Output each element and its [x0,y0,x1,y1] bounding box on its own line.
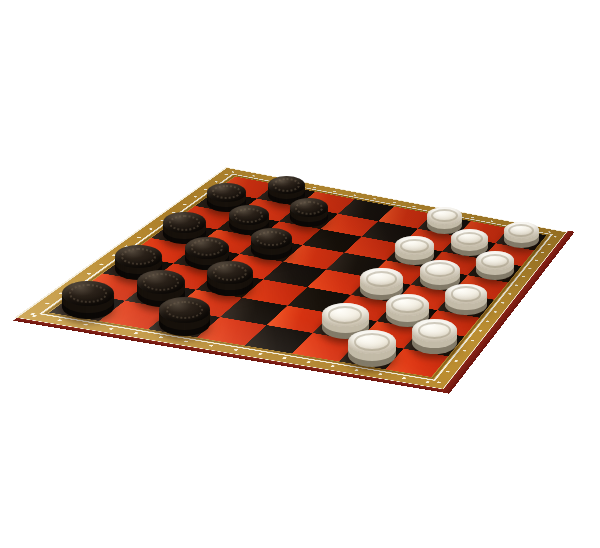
white-checker[interactable]: ⛀ [386,294,430,316]
black-checker[interactable]: ⛂ [251,228,293,249]
white-checker[interactable]: ⛀ [504,222,539,239]
black-checker[interactable]: ⛂ [115,245,162,268]
black-checker[interactable]: ⛂ [62,281,114,307]
black-checker[interactable]: ⛂ [207,183,246,202]
black-checker[interactable]: ⛂ [290,198,328,217]
black-checker[interactable]: ⛂ [185,237,229,259]
product-photo-canvas: ⛂⛂⛂⛂⛂⛂⛂⛂⛂⛂⛂⛂⛀⛀⛀⛀⛀⛀⛀⛀⛀⛀⛀⛀ [0,0,600,548]
white-checker[interactable]: ⛀ [348,330,396,354]
white-checker[interactable]: ⛀ [445,284,486,305]
black-checker[interactable]: ⛂ [163,212,206,233]
black-checker[interactable]: ⛂ [268,176,305,194]
white-checker[interactable]: ⛀ [420,260,460,280]
white-checker[interactable]: ⛀ [427,207,462,225]
white-checker[interactable]: ⛀ [451,229,488,247]
white-checker[interactable]: ⛀ [412,319,458,342]
white-checker[interactable]: ⛀ [476,251,514,270]
white-checker[interactable]: ⛀ [322,303,369,326]
black-checker[interactable]: ⛂ [207,261,253,284]
black-checker[interactable]: ⛂ [159,297,210,322]
white-checker[interactable]: ⛀ [360,268,402,289]
